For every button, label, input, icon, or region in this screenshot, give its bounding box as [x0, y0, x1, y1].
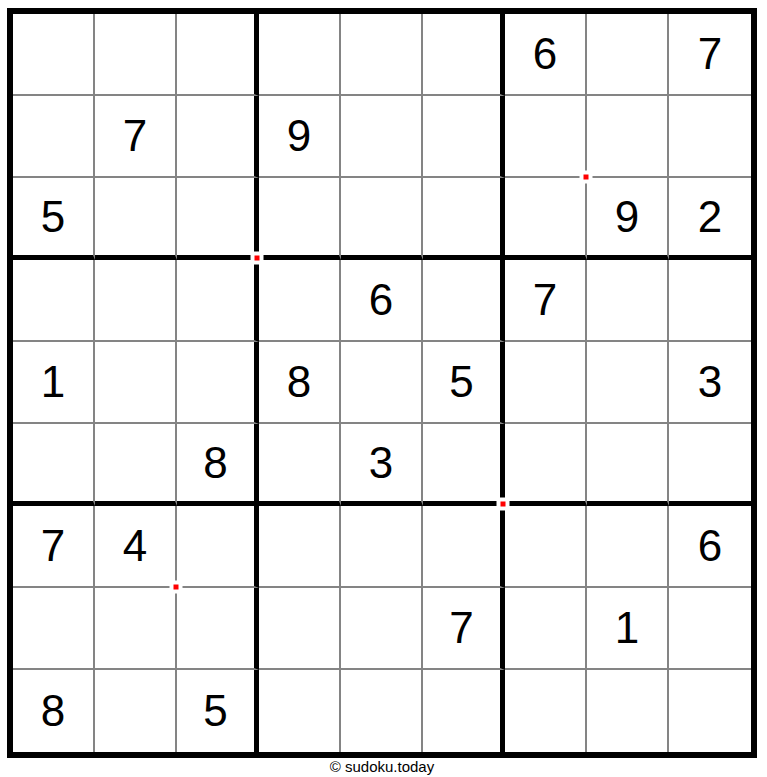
cell-r8c6[interactable]: 7: [423, 588, 505, 670]
cell-r8c2[interactable]: [95, 588, 177, 670]
cell-r3c9[interactable]: 2: [669, 178, 751, 260]
cell-r5c3[interactable]: [177, 342, 259, 424]
cell-r7c2[interactable]: 4: [95, 506, 177, 588]
cell-r4c5[interactable]: 6: [341, 260, 423, 342]
cell-r2c1[interactable]: [13, 96, 95, 178]
cell-r4c3[interactable]: [177, 260, 259, 342]
cell-r1c3[interactable]: [177, 14, 259, 96]
cell-r7c6[interactable]: [423, 506, 505, 588]
cell-r9c5[interactable]: [341, 670, 423, 752]
cell-r1c2[interactable]: [95, 14, 177, 96]
cell-r1c4[interactable]: [259, 14, 341, 96]
cell-r5c7[interactable]: [505, 342, 587, 424]
cell-r2c7[interactable]: [505, 96, 587, 178]
red-dot-marker-3: [496, 497, 509, 510]
marker-dot-icon: [500, 501, 505, 506]
cell-r3c2[interactable]: [95, 178, 177, 260]
cell-r9c8[interactable]: [587, 670, 669, 752]
cell-r5c8[interactable]: [587, 342, 669, 424]
cell-r4c9[interactable]: [669, 260, 751, 342]
cell-r6c4[interactable]: [259, 424, 341, 506]
cell-r2c2[interactable]: 7: [95, 96, 177, 178]
cell-r8c5[interactable]: [341, 588, 423, 670]
cell-r7c4[interactable]: [259, 506, 341, 588]
cell-r5c5[interactable]: [341, 342, 423, 424]
cell-r6c8[interactable]: [587, 424, 669, 506]
cell-r1c8[interactable]: [587, 14, 669, 96]
cell-r3c4[interactable]: [259, 178, 341, 260]
cell-r2c5[interactable]: [341, 96, 423, 178]
cell-r5c6[interactable]: 5: [423, 342, 505, 424]
cell-r9c6[interactable]: [423, 670, 505, 752]
marker-dot-icon: [174, 585, 179, 590]
cell-r3c5[interactable]: [341, 178, 423, 260]
marker-dot-icon: [584, 175, 589, 180]
cell-r6c1[interactable]: [13, 424, 95, 506]
red-dot-marker-2: [250, 251, 263, 264]
cell-r8c3[interactable]: [177, 588, 259, 670]
cell-r8c1[interactable]: [13, 588, 95, 670]
cell-r3c1[interactable]: 5: [13, 178, 95, 260]
cell-r7c7[interactable]: [505, 506, 587, 588]
cell-r5c4[interactable]: 8: [259, 342, 341, 424]
cell-r8c8[interactable]: 1: [587, 588, 669, 670]
cell-r9c4[interactable]: [259, 670, 341, 752]
cell-r3c3[interactable]: [177, 178, 259, 260]
cell-r7c3[interactable]: [177, 506, 259, 588]
cell-r9c7[interactable]: [505, 670, 587, 752]
cell-r2c8[interactable]: [587, 96, 669, 178]
cell-r9c3[interactable]: 5: [177, 670, 259, 752]
cell-r8c4[interactable]: [259, 588, 341, 670]
cell-r9c9[interactable]: [669, 670, 751, 752]
cell-r1c6[interactable]: [423, 14, 505, 96]
cell-r5c9[interactable]: 3: [669, 342, 751, 424]
cell-r1c5[interactable]: [341, 14, 423, 96]
cell-r5c1[interactable]: 1: [13, 342, 95, 424]
cell-r1c9[interactable]: 7: [669, 14, 751, 96]
cell-r3c7[interactable]: [505, 178, 587, 260]
cell-r6c2[interactable]: [95, 424, 177, 506]
cell-r4c4[interactable]: [259, 260, 341, 342]
sudoku-board: 6779592671853837467185: [7, 8, 757, 758]
cell-r3c8[interactable]: 9: [587, 178, 669, 260]
cell-r3c6[interactable]: [423, 178, 505, 260]
cell-r4c6[interactable]: [423, 260, 505, 342]
cell-r4c1[interactable]: [13, 260, 95, 342]
cell-r7c1[interactable]: 7: [13, 506, 95, 588]
marker-dot-icon: [254, 255, 259, 260]
cell-r9c1[interactable]: 8: [13, 670, 95, 752]
cell-r6c6[interactable]: [423, 424, 505, 506]
cell-r7c8[interactable]: [587, 506, 669, 588]
cell-r4c2[interactable]: [95, 260, 177, 342]
red-dot-marker-4: [170, 581, 183, 594]
cell-r6c3[interactable]: 8: [177, 424, 259, 506]
cell-r6c9[interactable]: [669, 424, 751, 506]
cell-r9c2[interactable]: [95, 670, 177, 752]
cell-r2c3[interactable]: [177, 96, 259, 178]
cell-r5c2[interactable]: [95, 342, 177, 424]
copyright-caption: © sudoku.today: [7, 758, 757, 775]
red-dot-marker-1: [580, 171, 593, 184]
cell-r6c5[interactable]: 3: [341, 424, 423, 506]
cell-r2c6[interactable]: [423, 96, 505, 178]
cell-r2c9[interactable]: [669, 96, 751, 178]
sudoku-page: 6779592671853837467185 © sudoku.today: [0, 8, 767, 777]
cell-r7c5[interactable]: [341, 506, 423, 588]
cell-r1c1[interactable]: [13, 14, 95, 96]
cell-r8c7[interactable]: [505, 588, 587, 670]
cell-r2c4[interactable]: 9: [259, 96, 341, 178]
cell-r1c7[interactable]: 6: [505, 14, 587, 96]
cell-r6c7[interactable]: [505, 424, 587, 506]
cell-r8c9[interactable]: [669, 588, 751, 670]
cell-r4c7[interactable]: 7: [505, 260, 587, 342]
cell-r4c8[interactable]: [587, 260, 669, 342]
cell-r7c9[interactable]: 6: [669, 506, 751, 588]
